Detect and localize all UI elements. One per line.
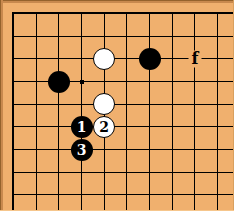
stone-white-e14-move-2: 2 [93, 116, 115, 138]
stone-white-e15 [93, 93, 115, 115]
stone-black-c16 [48, 71, 70, 93]
go-board-diagram: f123 [0, 0, 234, 211]
star-point-marker-d16 [80, 80, 84, 84]
point-label-f: f [188, 50, 201, 67]
stone-black-g17 [139, 48, 161, 70]
stone-black-d13-move-3: 3 [71, 139, 93, 161]
stone-white-e17 [93, 48, 115, 70]
stone-black-d14-move-1: 1 [71, 116, 93, 138]
stones-layer: f123 [0, 0, 234, 211]
